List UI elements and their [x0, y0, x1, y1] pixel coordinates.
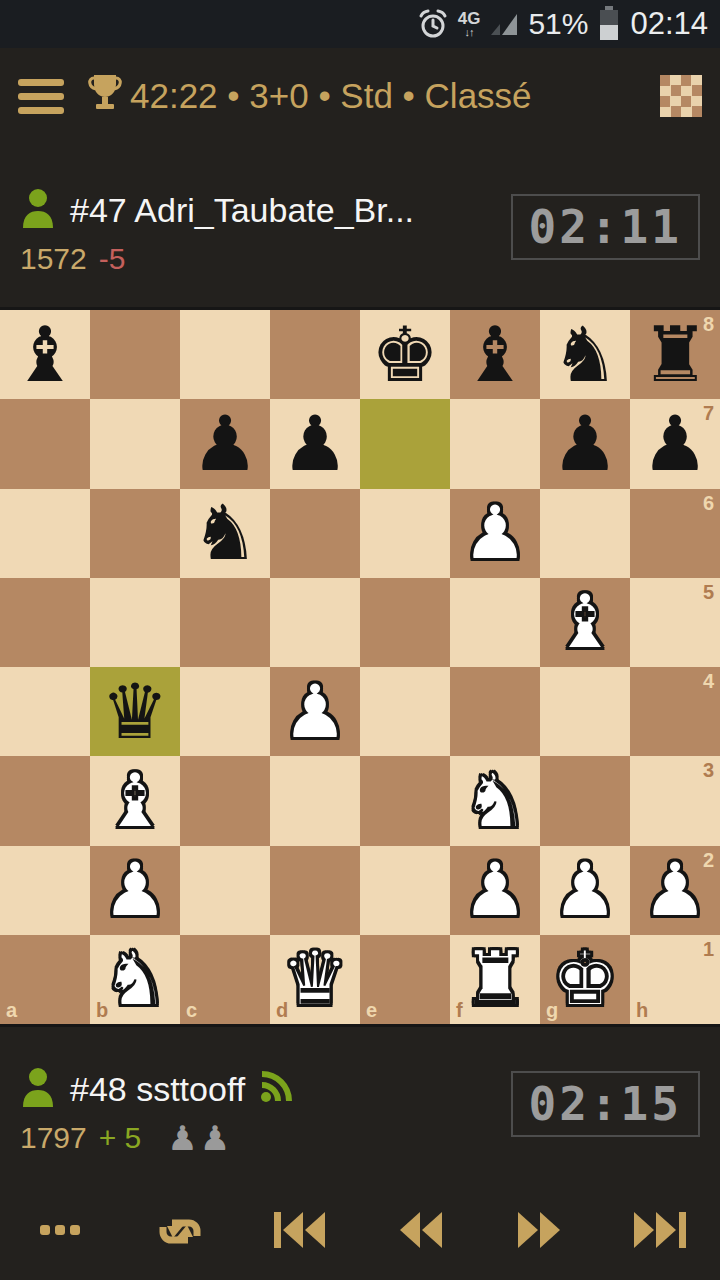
file-label-c: c	[186, 999, 197, 1022]
square-h2[interactable]: ♟2	[630, 846, 720, 935]
square-a2[interactable]	[0, 846, 90, 935]
square-b2[interactable]: ♟	[90, 846, 180, 935]
captured-pieces: ♟♟	[167, 1121, 232, 1155]
square-b3[interactable]: ♝	[90, 756, 180, 845]
battery-percent: 51%	[528, 7, 588, 41]
square-g5[interactable]: ♝	[540, 578, 630, 667]
player-rating-diff: + 5	[99, 1121, 142, 1155]
menu-button[interactable]	[32, 1216, 88, 1244]
square-f8[interactable]: ♝	[450, 310, 540, 399]
square-d8[interactable]	[270, 310, 360, 399]
next-move-button[interactable]	[510, 1204, 570, 1256]
flip-board-button[interactable]	[148, 1198, 212, 1262]
player-rating: 1797	[20, 1121, 87, 1155]
square-g1[interactable]: ♚g	[540, 935, 630, 1024]
file-label-f: f	[456, 999, 463, 1022]
white-pawn: ♟	[270, 667, 360, 756]
square-h3[interactable]: 3	[630, 756, 720, 845]
square-f1[interactable]: ♜f	[450, 935, 540, 1024]
square-h7[interactable]: ♟7	[630, 399, 720, 488]
player-clock: 02:15	[511, 1071, 700, 1137]
network-arrows: ↓↑	[465, 27, 474, 38]
square-a7[interactable]	[0, 399, 90, 488]
black-bishop: ♝	[0, 310, 90, 399]
bottom-toolbar	[0, 1180, 720, 1280]
square-d4[interactable]: ♟	[270, 667, 360, 756]
opponent-name[interactable]: #47 Adri_Taubate_Br...	[70, 191, 414, 230]
signal-strength-icon	[490, 12, 518, 36]
square-f3[interactable]: ♞	[450, 756, 540, 845]
chess-board[interactable]: ♝♚♝♞♜8♟♟♟♟7♞♟6♝5♛♟4♝♞3♟♟♟♟2a♞bc♛de♜f♚g1h	[0, 307, 720, 1027]
flip-arrows-icon	[156, 1206, 204, 1254]
square-d7[interactable]: ♟	[270, 399, 360, 488]
file-label-h: h	[636, 999, 648, 1022]
square-e8[interactable]: ♚	[360, 310, 450, 399]
square-c6[interactable]: ♞	[180, 489, 270, 578]
square-h4[interactable]: 4	[630, 667, 720, 756]
square-e4[interactable]	[360, 667, 450, 756]
square-d5[interactable]	[270, 578, 360, 667]
square-f5[interactable]	[450, 578, 540, 667]
white-pawn: ♟	[450, 489, 540, 578]
first-move-button[interactable]	[266, 1204, 334, 1256]
square-g6[interactable]	[540, 489, 630, 578]
rank-label-6: 6	[703, 492, 714, 515]
square-c3[interactable]	[180, 756, 270, 845]
file-label-d: d	[276, 999, 288, 1022]
last-move-button[interactable]	[626, 1204, 694, 1256]
rank-label-2: 2	[703, 849, 714, 872]
square-c1[interactable]: c	[180, 935, 270, 1024]
file-label-e: e	[366, 999, 377, 1022]
square-f2[interactable]: ♟	[450, 846, 540, 935]
square-e5[interactable]	[360, 578, 450, 667]
square-g4[interactable]	[540, 667, 630, 756]
square-h5[interactable]: 5	[630, 578, 720, 667]
battery-icon	[598, 6, 620, 42]
square-c8[interactable]	[180, 310, 270, 399]
square-e2[interactable]	[360, 846, 450, 935]
square-c2[interactable]	[180, 846, 270, 935]
white-knight: ♞	[450, 756, 540, 845]
square-b8[interactable]	[90, 310, 180, 399]
player-name[interactable]: #48 ssttooff	[70, 1070, 245, 1109]
square-e6[interactable]	[360, 489, 450, 578]
square-f7[interactable]	[450, 399, 540, 488]
opponent-panel: #47 Adri_Taubate_Br... 1572 -5 02:11	[0, 144, 720, 307]
trophy-icon	[86, 72, 124, 120]
square-g3[interactable]	[540, 756, 630, 845]
square-a1[interactable]: a	[0, 935, 90, 1024]
square-f6[interactable]: ♟	[450, 489, 540, 578]
square-b4[interactable]: ♛	[90, 667, 180, 756]
network-4g-icon: 4G ↓↑	[458, 10, 481, 38]
black-pawn: ♟	[270, 399, 360, 488]
rewind-icon	[398, 1212, 442, 1248]
mini-chessboard-icon[interactable]	[660, 75, 702, 117]
black-knight: ♞	[180, 489, 270, 578]
rank-label-3: 3	[703, 759, 714, 782]
fast-forward-icon	[518, 1212, 562, 1248]
rank-label-4: 4	[703, 670, 714, 693]
black-pawn: ♟	[180, 399, 270, 488]
square-g2[interactable]: ♟	[540, 846, 630, 935]
square-b6[interactable]	[90, 489, 180, 578]
square-b1[interactable]: ♞b	[90, 935, 180, 1024]
skip-to-end-icon	[634, 1212, 686, 1248]
game-title: 42:22 • 3+0 • Std • Classé	[86, 72, 532, 120]
rank-label-8: 8	[703, 313, 714, 336]
white-rook: ♜	[450, 935, 540, 1024]
game-title-text: 42:22 • 3+0 • Std • Classé	[130, 76, 532, 116]
player-icon	[20, 1067, 56, 1111]
black-bishop: ♝	[450, 310, 540, 399]
square-b7[interactable]	[90, 399, 180, 488]
skip-to-start-icon	[274, 1212, 326, 1248]
white-pawn: ♟	[450, 846, 540, 935]
square-e3[interactable]	[360, 756, 450, 845]
square-e1[interactable]: e	[360, 935, 450, 1024]
square-d3[interactable]	[270, 756, 360, 845]
white-pawn: ♟	[90, 846, 180, 935]
rank-label-1: 1	[703, 938, 714, 961]
player-icon	[20, 188, 56, 232]
previous-move-button[interactable]	[390, 1204, 450, 1256]
square-e7[interactable]	[360, 399, 450, 488]
network-label: 4G	[458, 10, 481, 27]
status-time: 02:14	[630, 6, 708, 42]
square-c7[interactable]: ♟	[180, 399, 270, 488]
white-pawn: ♟	[540, 846, 630, 935]
menu-hamburger-icon[interactable]	[18, 79, 64, 114]
square-f4[interactable]	[450, 667, 540, 756]
rank-label-5: 5	[703, 581, 714, 604]
square-h1[interactable]: 1h	[630, 935, 720, 1024]
black-king: ♚	[360, 310, 450, 399]
file-label-a: a	[6, 999, 17, 1022]
black-queen: ♛	[90, 667, 180, 756]
white-bishop: ♝	[540, 578, 630, 667]
rank-label-7: 7	[703, 402, 714, 425]
alarm-icon	[418, 8, 448, 40]
square-a5[interactable]	[0, 578, 90, 667]
square-c5[interactable]	[180, 578, 270, 667]
file-label-g: g	[546, 999, 558, 1022]
status-bar: 4G ↓↑ 51% 02:14	[0, 0, 720, 48]
broadcast-icon	[259, 1070, 293, 1108]
square-h6[interactable]: 6	[630, 489, 720, 578]
opponent-rating: 1572	[20, 242, 87, 276]
square-d1[interactable]: ♛d	[270, 935, 360, 1024]
ellipsis-icon	[40, 1224, 80, 1236]
square-c4[interactable]	[180, 667, 270, 756]
square-d2[interactable]	[270, 846, 360, 935]
white-bishop: ♝	[90, 756, 180, 845]
player-panel: #48 ssttooff 1797 + 5 ♟♟ 02:15	[0, 1027, 720, 1180]
square-d6[interactable]	[270, 489, 360, 578]
file-label-b: b	[96, 999, 108, 1022]
square-h8[interactable]: ♜8	[630, 310, 720, 399]
square-a6[interactable]	[0, 489, 90, 578]
square-a8[interactable]: ♝	[0, 310, 90, 399]
opponent-clock: 02:11	[511, 194, 700, 260]
black-pawn: ♟	[540, 399, 630, 488]
opponent-rating-diff: -5	[99, 242, 126, 276]
square-a3[interactable]	[0, 756, 90, 845]
square-g8[interactable]: ♞	[540, 310, 630, 399]
square-a4[interactable]	[0, 667, 90, 756]
square-b5[interactable]	[90, 578, 180, 667]
black-knight: ♞	[540, 310, 630, 399]
app-bar: 42:22 • 3+0 • Std • Classé	[0, 48, 720, 144]
square-g7[interactable]: ♟	[540, 399, 630, 488]
